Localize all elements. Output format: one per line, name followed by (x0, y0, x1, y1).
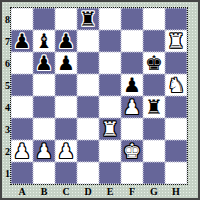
file-label-b: B (33, 185, 55, 198)
square-e4[interactable] (99, 96, 121, 118)
square-g4[interactable]: ♜ (143, 96, 165, 118)
rank-label-5: 5 (2, 74, 10, 96)
square-b3[interactable] (33, 118, 55, 140)
square-d4[interactable] (77, 96, 99, 118)
square-h4[interactable] (165, 96, 187, 118)
square-f3[interactable] (121, 118, 143, 140)
chess-board[interactable]: ♜♟♝♟♜♟♟♚♟♞♟♜♜♟♟♟♚ (10, 7, 188, 185)
square-f7[interactable] (121, 30, 143, 52)
square-g6[interactable]: ♚ (143, 52, 165, 74)
square-f8[interactable] (121, 8, 143, 30)
square-b6[interactable]: ♟ (33, 52, 55, 74)
black-king-piece[interactable]: ♚ (145, 52, 163, 74)
white-rook-piece[interactable]: ♜ (167, 30, 185, 52)
file-labels: ABCDEFGH (11, 185, 187, 198)
square-c5[interactable] (55, 74, 77, 96)
square-g8[interactable] (143, 8, 165, 30)
square-c3[interactable] (55, 118, 77, 140)
square-c8[interactable] (55, 8, 77, 30)
rank-label-4: 4 (2, 96, 10, 118)
square-d1[interactable] (77, 162, 99, 184)
square-a5[interactable] (11, 74, 33, 96)
rank-label-1: 1 (2, 162, 10, 184)
square-b7[interactable]: ♝ (33, 30, 55, 52)
rank-label-3: 3 (2, 118, 10, 140)
square-d7[interactable] (77, 30, 99, 52)
square-c6[interactable]: ♟ (55, 52, 77, 74)
square-c7[interactable]: ♟ (55, 30, 77, 52)
white-pawn-piece[interactable]: ♟ (13, 140, 31, 162)
square-f5[interactable]: ♟ (121, 74, 143, 96)
file-label-f: F (121, 185, 143, 198)
white-king-piece[interactable]: ♚ (123, 140, 141, 162)
square-h7[interactable]: ♜ (165, 30, 187, 52)
square-g5[interactable] (143, 74, 165, 96)
black-pawn-piece[interactable]: ♟ (13, 30, 31, 52)
square-a3[interactable] (11, 118, 33, 140)
square-d6[interactable] (77, 52, 99, 74)
file-label-h: H (165, 185, 187, 198)
square-d5[interactable] (77, 74, 99, 96)
square-a7[interactable]: ♟ (11, 30, 33, 52)
chess-app-window: 87654321 ♜♟♝♟♜♟♟♚♟♞♟♜♜♟♟♟♚ ABCDEFGH (0, 0, 200, 200)
square-a2[interactable]: ♟ (11, 140, 33, 162)
square-g2[interactable] (143, 140, 165, 162)
square-h5[interactable]: ♞ (165, 74, 187, 96)
square-b1[interactable] (33, 162, 55, 184)
white-rook-piece[interactable]: ♜ (101, 118, 119, 140)
square-a8[interactable] (11, 8, 33, 30)
square-e6[interactable] (99, 52, 121, 74)
square-b2[interactable]: ♟ (33, 140, 55, 162)
file-label-d: D (77, 185, 99, 198)
black-rook-piece[interactable]: ♜ (145, 96, 163, 118)
square-a6[interactable] (11, 52, 33, 74)
square-g3[interactable] (143, 118, 165, 140)
file-label-c: C (55, 185, 77, 198)
black-pawn-piece[interactable]: ♟ (57, 52, 75, 74)
square-h2[interactable] (165, 140, 187, 162)
square-e3[interactable]: ♜ (99, 118, 121, 140)
square-b5[interactable] (33, 74, 55, 96)
rank-labels: 87654321 (2, 8, 10, 184)
rank-label-2: 2 (2, 140, 10, 162)
file-label-g: G (143, 185, 165, 198)
square-d2[interactable] (77, 140, 99, 162)
square-a1[interactable] (11, 162, 33, 184)
square-a4[interactable] (11, 96, 33, 118)
black-bishop-piece[interactable]: ♝ (35, 30, 53, 52)
square-e2[interactable] (99, 140, 121, 162)
rank-label-6: 6 (2, 52, 10, 74)
square-d8[interactable]: ♜ (77, 8, 99, 30)
square-f4[interactable]: ♟ (121, 96, 143, 118)
square-f1[interactable] (121, 162, 143, 184)
file-label-e: E (99, 185, 121, 198)
square-e1[interactable] (99, 162, 121, 184)
black-pawn-piece[interactable]: ♟ (123, 74, 141, 96)
white-pawn-piece[interactable]: ♟ (35, 140, 53, 162)
square-b4[interactable] (33, 96, 55, 118)
rank-label-8: 8 (2, 8, 10, 30)
white-pawn-piece[interactable]: ♟ (123, 96, 141, 118)
square-e8[interactable] (99, 8, 121, 30)
black-pawn-piece[interactable]: ♟ (35, 52, 53, 74)
square-b8[interactable] (33, 8, 55, 30)
white-knight-piece[interactable]: ♞ (167, 74, 185, 96)
square-g1[interactable] (143, 162, 165, 184)
square-h1[interactable] (165, 162, 187, 184)
white-pawn-piece[interactable]: ♟ (57, 140, 75, 162)
square-e5[interactable] (99, 74, 121, 96)
file-label-a: A (11, 185, 33, 198)
square-c1[interactable] (55, 162, 77, 184)
black-pawn-piece[interactable]: ♟ (57, 30, 75, 52)
square-c4[interactable] (55, 96, 77, 118)
square-h6[interactable] (165, 52, 187, 74)
square-f6[interactable] (121, 52, 143, 74)
rank-label-7: 7 (2, 30, 10, 52)
square-g7[interactable] (143, 30, 165, 52)
square-h3[interactable] (165, 118, 187, 140)
black-rook-piece[interactable]: ♜ (79, 8, 97, 30)
square-e7[interactable] (99, 30, 121, 52)
square-f2[interactable]: ♚ (121, 140, 143, 162)
square-c2[interactable]: ♟ (55, 140, 77, 162)
square-d3[interactable] (77, 118, 99, 140)
square-h8[interactable] (165, 8, 187, 30)
